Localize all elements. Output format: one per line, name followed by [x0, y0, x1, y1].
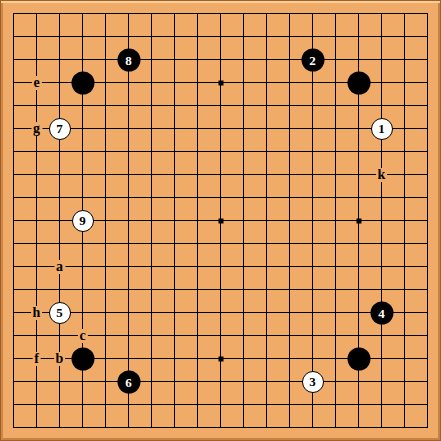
board-point	[255, 48, 278, 71]
board-point	[71, 278, 94, 301]
board-point	[324, 48, 347, 71]
board-point	[209, 347, 232, 370]
board-point	[278, 163, 301, 186]
board-point	[278, 48, 301, 71]
star-point	[218, 356, 223, 361]
board-point	[25, 48, 48, 71]
board-point	[370, 209, 393, 232]
board-point	[140, 209, 163, 232]
board-point	[232, 301, 255, 324]
board-point	[393, 301, 416, 324]
board-point	[140, 48, 163, 71]
board-point	[393, 48, 416, 71]
board-point	[370, 2, 393, 25]
board-point	[48, 278, 71, 301]
board-point	[255, 278, 278, 301]
board-point	[370, 416, 393, 439]
board-point	[71, 232, 94, 255]
board-point	[301, 25, 324, 48]
board-point	[232, 71, 255, 94]
board-point	[370, 370, 393, 393]
board-point	[416, 2, 439, 25]
board-point	[393, 416, 416, 439]
board-point	[232, 278, 255, 301]
board-point	[324, 324, 347, 347]
board-point	[393, 324, 416, 347]
board-point	[71, 347, 94, 370]
board-point	[209, 255, 232, 278]
board-point	[370, 255, 393, 278]
board-point	[255, 232, 278, 255]
board-point	[48, 393, 71, 416]
point-label-e: e	[31, 76, 41, 90]
board-point	[324, 186, 347, 209]
board-point	[255, 324, 278, 347]
board-point	[140, 255, 163, 278]
board-point	[163, 71, 186, 94]
board-point	[232, 324, 255, 347]
board-point	[186, 186, 209, 209]
board-point	[370, 71, 393, 94]
black-stone-move-8: 8	[117, 48, 140, 71]
board-point	[186, 278, 209, 301]
board-point	[347, 94, 370, 117]
board-point	[2, 209, 25, 232]
board-point	[324, 25, 347, 48]
board-point	[2, 140, 25, 163]
board-point	[71, 94, 94, 117]
board-point	[117, 2, 140, 25]
board-point	[2, 163, 25, 186]
board-point	[209, 301, 232, 324]
board-point	[347, 48, 370, 71]
board-point	[255, 301, 278, 324]
board-point	[416, 140, 439, 163]
board-point	[370, 48, 393, 71]
board-point	[232, 163, 255, 186]
board-point	[324, 117, 347, 140]
board-point	[186, 209, 209, 232]
board-point	[117, 416, 140, 439]
board-point	[347, 71, 370, 94]
board-point	[140, 393, 163, 416]
board-point	[48, 186, 71, 209]
board-point	[140, 117, 163, 140]
board-point: 6	[117, 370, 140, 393]
board-point	[2, 48, 25, 71]
point-label-f: f	[32, 352, 41, 366]
board-point: 2	[301, 48, 324, 71]
board-point	[232, 393, 255, 416]
board-point: b	[48, 347, 71, 370]
board-point	[2, 117, 25, 140]
board-point	[186, 117, 209, 140]
board-point	[347, 278, 370, 301]
board-point	[140, 94, 163, 117]
board-point	[186, 301, 209, 324]
board-point	[209, 209, 232, 232]
point-label-k: k	[376, 168, 388, 182]
board-point	[278, 347, 301, 370]
board-point	[209, 186, 232, 209]
board-point	[25, 163, 48, 186]
board-point	[186, 48, 209, 71]
board-point	[347, 163, 370, 186]
board-point: g	[25, 117, 48, 140]
board-point	[117, 278, 140, 301]
board-point	[255, 71, 278, 94]
board-point: 4	[370, 301, 393, 324]
board-point	[94, 255, 117, 278]
board-point	[255, 255, 278, 278]
board-point	[324, 370, 347, 393]
board-point	[25, 232, 48, 255]
board-point	[347, 186, 370, 209]
board-point	[163, 347, 186, 370]
board-point	[2, 347, 25, 370]
board-point	[255, 25, 278, 48]
board-point	[94, 232, 117, 255]
board-point	[232, 117, 255, 140]
board-point	[48, 140, 71, 163]
star-point	[218, 80, 223, 85]
board-point	[416, 232, 439, 255]
board-point	[71, 301, 94, 324]
board-point	[71, 71, 94, 94]
board-point	[255, 163, 278, 186]
board-point	[163, 393, 186, 416]
board-point	[347, 416, 370, 439]
board-point	[324, 301, 347, 324]
board-point	[324, 163, 347, 186]
board-point	[232, 25, 255, 48]
board-point	[186, 2, 209, 25]
board-point	[416, 324, 439, 347]
point-label-b: b	[54, 352, 66, 366]
point-label-h: h	[31, 306, 43, 320]
board-point	[94, 117, 117, 140]
board-point	[209, 48, 232, 71]
board-point	[2, 2, 25, 25]
board-point	[117, 94, 140, 117]
board-point	[278, 393, 301, 416]
board-point	[71, 370, 94, 393]
board-point	[255, 140, 278, 163]
board-point	[140, 324, 163, 347]
board-point	[163, 25, 186, 48]
board-point	[393, 232, 416, 255]
board-point	[48, 324, 71, 347]
board-point	[232, 232, 255, 255]
board-point	[140, 301, 163, 324]
board-point	[324, 71, 347, 94]
board-point	[163, 48, 186, 71]
board-point	[163, 94, 186, 117]
board-point	[393, 140, 416, 163]
board-point	[163, 140, 186, 163]
board-point	[255, 186, 278, 209]
board-point	[71, 48, 94, 71]
board-point	[25, 370, 48, 393]
point-label-a: a	[54, 260, 65, 274]
board-point	[117, 393, 140, 416]
board-point	[25, 25, 48, 48]
board-point	[278, 209, 301, 232]
board-point	[278, 2, 301, 25]
board-point	[232, 48, 255, 71]
board-point	[393, 393, 416, 416]
board-point: 3	[301, 370, 324, 393]
board-point: a	[48, 255, 71, 278]
board-point	[232, 94, 255, 117]
board-point	[393, 94, 416, 117]
board-point	[209, 163, 232, 186]
board-point	[25, 140, 48, 163]
board-point	[2, 71, 25, 94]
board-point	[416, 370, 439, 393]
board-point	[186, 163, 209, 186]
board-point	[94, 48, 117, 71]
board-point	[301, 209, 324, 232]
board-point	[163, 2, 186, 25]
board-point	[232, 140, 255, 163]
board-point	[324, 94, 347, 117]
board-point	[347, 301, 370, 324]
board-point	[278, 278, 301, 301]
board-point	[209, 393, 232, 416]
board-point	[416, 94, 439, 117]
board-point	[94, 140, 117, 163]
board-point	[94, 324, 117, 347]
board-point	[301, 255, 324, 278]
board-point	[393, 186, 416, 209]
board-point	[25, 94, 48, 117]
board-point	[301, 117, 324, 140]
board-point	[163, 278, 186, 301]
board-point	[94, 186, 117, 209]
board-point	[370, 25, 393, 48]
board-point	[255, 209, 278, 232]
board-point	[140, 186, 163, 209]
board-point	[163, 232, 186, 255]
board-point	[186, 255, 209, 278]
board-point	[186, 370, 209, 393]
board-point	[370, 186, 393, 209]
board-point	[2, 186, 25, 209]
board-point	[2, 370, 25, 393]
board-point: 1	[370, 117, 393, 140]
board-point	[163, 117, 186, 140]
board-point	[370, 347, 393, 370]
board-point	[278, 301, 301, 324]
board-point	[347, 209, 370, 232]
board-point	[255, 117, 278, 140]
board-point: 8	[117, 48, 140, 71]
board-point	[255, 416, 278, 439]
board-point	[370, 232, 393, 255]
board-point	[232, 186, 255, 209]
board-point	[163, 370, 186, 393]
board-point	[2, 301, 25, 324]
board-point	[71, 2, 94, 25]
board-point	[370, 393, 393, 416]
board-point	[255, 94, 278, 117]
board-point	[140, 163, 163, 186]
white-stone-move-5: 5	[49, 302, 71, 324]
board-point	[301, 278, 324, 301]
board-point	[416, 25, 439, 48]
board-point	[117, 232, 140, 255]
board-point: e	[25, 71, 48, 94]
board-point	[232, 2, 255, 25]
board-point	[278, 232, 301, 255]
board-point	[209, 117, 232, 140]
board-point	[48, 209, 71, 232]
board-point	[232, 255, 255, 278]
board-point	[370, 94, 393, 117]
board-point: 5	[48, 301, 71, 324]
board-point: 9	[71, 209, 94, 232]
board-point	[416, 301, 439, 324]
board-point	[186, 25, 209, 48]
board-point	[347, 25, 370, 48]
board-point	[209, 324, 232, 347]
board-point	[209, 140, 232, 163]
board-point	[163, 301, 186, 324]
board-point	[117, 25, 140, 48]
board-point	[186, 94, 209, 117]
point-label-c: c	[77, 329, 87, 343]
black-stone	[347, 71, 370, 94]
board-point	[278, 186, 301, 209]
board-point	[117, 117, 140, 140]
board-point	[416, 163, 439, 186]
board-point: k	[370, 163, 393, 186]
board-point	[278, 25, 301, 48]
board-point	[48, 416, 71, 439]
board-point	[117, 140, 140, 163]
board-point	[25, 255, 48, 278]
board-point	[48, 370, 71, 393]
black-stone	[71, 347, 94, 370]
board-point	[370, 278, 393, 301]
board-point	[71, 255, 94, 278]
white-stone-move-1: 1	[371, 118, 393, 140]
board-point	[347, 324, 370, 347]
board-point: h	[25, 301, 48, 324]
board-point	[186, 347, 209, 370]
board-point	[393, 209, 416, 232]
board-point	[393, 117, 416, 140]
board-point	[163, 163, 186, 186]
board-point	[71, 163, 94, 186]
go-board: 82eg71k9ah54cfb63	[0, 0, 441, 441]
board-point: c	[71, 324, 94, 347]
board-point	[347, 393, 370, 416]
board-point	[324, 255, 347, 278]
board-point	[255, 347, 278, 370]
board-point	[186, 324, 209, 347]
board-point	[94, 370, 117, 393]
board-point	[71, 117, 94, 140]
board-point	[117, 209, 140, 232]
board-point	[301, 94, 324, 117]
star-point	[218, 218, 223, 223]
board-point	[25, 186, 48, 209]
board-point	[163, 186, 186, 209]
board-point	[416, 347, 439, 370]
board-point	[25, 324, 48, 347]
board-point	[301, 393, 324, 416]
board-point	[117, 324, 140, 347]
board-point	[25, 278, 48, 301]
board-point	[2, 393, 25, 416]
board-point	[347, 347, 370, 370]
white-stone-move-3: 3	[302, 371, 324, 393]
point-label-g: g	[31, 122, 42, 136]
board-point	[301, 2, 324, 25]
black-stone-move-6: 6	[117, 370, 140, 393]
board-point	[370, 140, 393, 163]
board-point	[94, 71, 117, 94]
board-point	[140, 71, 163, 94]
board-point	[25, 2, 48, 25]
board-point	[163, 416, 186, 439]
board-point	[347, 117, 370, 140]
board-point	[209, 94, 232, 117]
board-point	[94, 278, 117, 301]
white-stone-move-9: 9	[72, 210, 94, 232]
board-point	[140, 2, 163, 25]
board-point	[71, 416, 94, 439]
board-point	[301, 232, 324, 255]
board-point	[71, 140, 94, 163]
board-point	[48, 2, 71, 25]
board-point	[71, 25, 94, 48]
board-point	[209, 370, 232, 393]
board-point	[48, 25, 71, 48]
board-point	[393, 163, 416, 186]
white-stone-move-7: 7	[49, 118, 71, 140]
board-point	[209, 25, 232, 48]
board-point	[140, 25, 163, 48]
board-point	[48, 163, 71, 186]
board-point	[301, 163, 324, 186]
board-point	[117, 163, 140, 186]
board-point	[347, 232, 370, 255]
board-point	[301, 324, 324, 347]
board-point	[117, 186, 140, 209]
board-point	[324, 416, 347, 439]
board-point	[255, 393, 278, 416]
board-point	[209, 416, 232, 439]
board-point	[186, 416, 209, 439]
board-point	[324, 209, 347, 232]
board-point	[278, 324, 301, 347]
black-stone-move-2: 2	[301, 48, 324, 71]
board-point	[140, 232, 163, 255]
board-point	[347, 2, 370, 25]
star-point	[356, 218, 361, 223]
board-point	[94, 94, 117, 117]
board-point	[2, 278, 25, 301]
board-point	[209, 278, 232, 301]
board-point	[71, 393, 94, 416]
board-point	[278, 140, 301, 163]
board-point	[301, 140, 324, 163]
board-point	[140, 278, 163, 301]
board-point	[163, 324, 186, 347]
